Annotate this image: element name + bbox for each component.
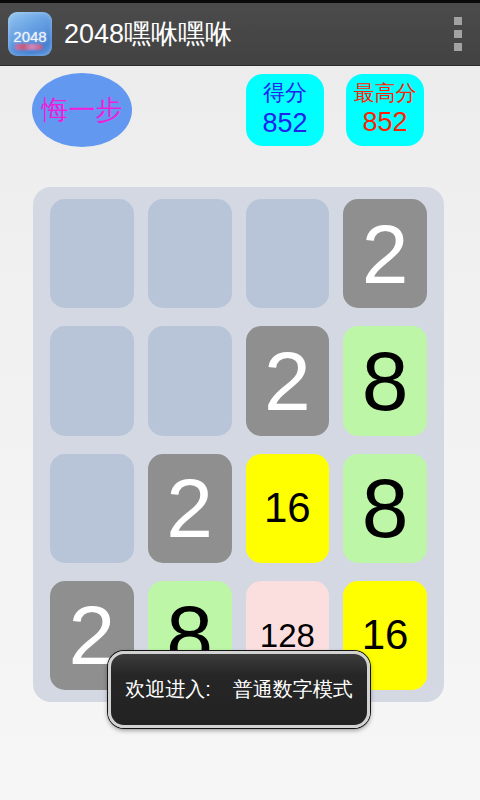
- toast-message: 欢迎进入: 普通数字模式: [108, 651, 370, 728]
- best-score-box: 最高分 852: [346, 74, 424, 146]
- overflow-menu-icon[interactable]: [438, 1, 478, 67]
- tile-2-r2c3: 2: [246, 326, 330, 435]
- empty-cell-r3c1: [50, 454, 134, 563]
- tile-2-r3c2: 2: [148, 454, 232, 563]
- best-score-value: 852: [362, 106, 407, 140]
- tile-8-r2c4: 8: [343, 326, 427, 435]
- empty-cell-r1c3: [246, 199, 330, 308]
- overflow-dot: [454, 43, 462, 51]
- app-icon: 2048: [8, 12, 52, 56]
- toast-text-left: 欢迎进入:: [125, 676, 211, 703]
- best-score-label: 最高分: [354, 80, 417, 106]
- overflow-dot: [454, 17, 462, 25]
- tile-2-r1c4: 2: [343, 199, 427, 308]
- toast-text-right: 普通数字模式: [233, 676, 353, 703]
- app-screen: 2048 2048嘿咻嘿咻 悔一步 得分 852 最高分 852 2282168…: [0, 0, 480, 800]
- app-icon-decoration: [15, 44, 43, 50]
- tile-16-r3c3: 16: [246, 454, 330, 563]
- overflow-dot: [454, 30, 462, 38]
- undo-button[interactable]: 悔一步: [32, 73, 132, 147]
- empty-cell-r2c2: [148, 326, 232, 435]
- action-bar: 2048 2048嘿咻嘿咻: [0, 0, 480, 66]
- app-title: 2048嘿咻嘿咻: [64, 16, 438, 52]
- game-board[interactable]: 22821682812816: [33, 187, 444, 702]
- tile-8-r3c4: 8: [343, 454, 427, 563]
- empty-cell-r1c2: [148, 199, 232, 308]
- score-label: 得分: [263, 79, 307, 107]
- empty-cell-r2c1: [50, 326, 134, 435]
- empty-cell-r1c1: [50, 199, 134, 308]
- app-icon-label: 2048: [8, 28, 52, 45]
- score-box: 得分 852: [246, 74, 324, 146]
- score-value: 852: [262, 107, 307, 141]
